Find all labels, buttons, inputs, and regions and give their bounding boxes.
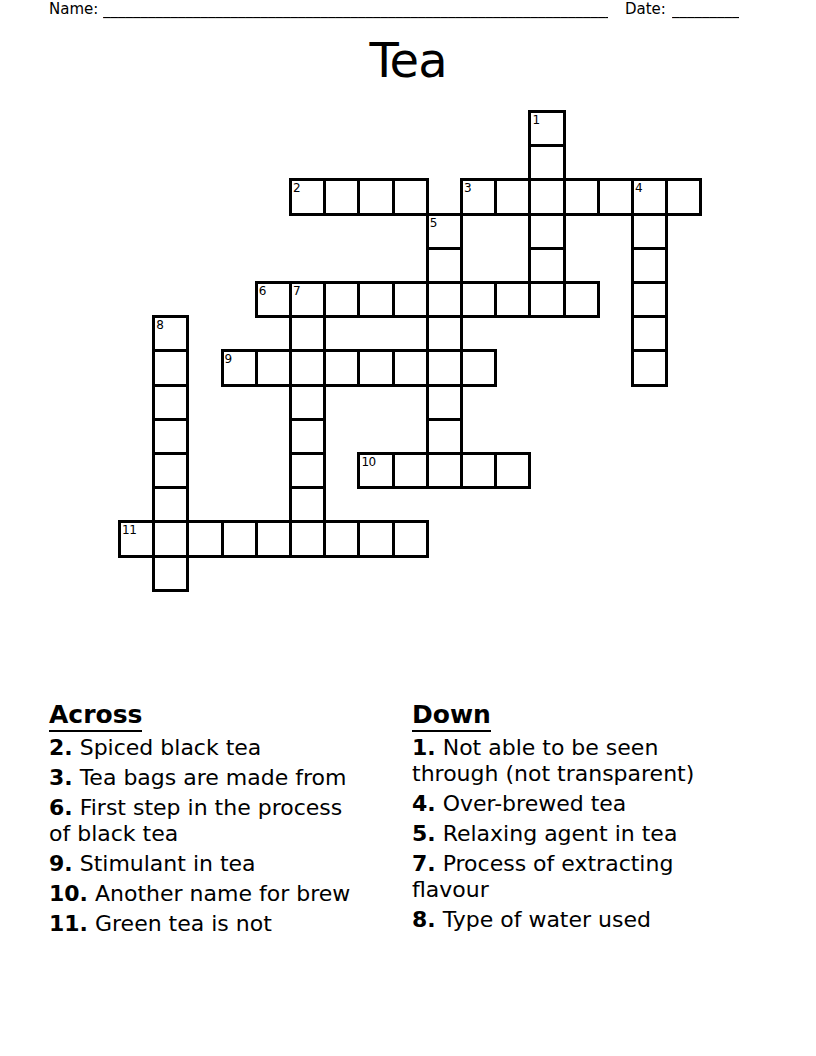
clue-text: Another name for brew — [95, 881, 350, 906]
clue-down-5: 5.Relaxing agent in tea — [412, 821, 742, 847]
across-clues-section: Across 2.Spiced black tea 3.Tea bags are… — [49, 700, 409, 941]
name-label: Name: — [49, 0, 98, 19]
grid-cell[interactable] — [357, 178, 394, 215]
clue-text: Not able to be seen through (not transpa… — [412, 735, 694, 786]
grid-cell[interactable] — [597, 178, 634, 215]
cell-number-label: 5 — [430, 217, 437, 229]
grid-cell[interactable] — [426, 281, 463, 318]
grid-cell[interactable]: 5 — [426, 213, 463, 250]
clue-number: 10. — [49, 881, 88, 906]
down-heading: Down — [412, 700, 491, 732]
cell-number-label: 10 — [361, 456, 375, 468]
clue-down-1: 1.Not able to be seen through (not trans… — [412, 735, 742, 787]
clue-number: 11. — [49, 911, 88, 936]
grid-cell[interactable] — [152, 520, 189, 557]
clue-number: 1. — [412, 735, 436, 760]
grid-cell[interactable] — [426, 247, 463, 284]
cell-number-label: 4 — [635, 182, 642, 194]
clue-text: Green tea is not — [95, 911, 272, 936]
cell-number-label: 6 — [259, 285, 266, 297]
grid-cell[interactable] — [152, 486, 189, 523]
grid-cell[interactable] — [323, 349, 360, 386]
grid-cell[interactable] — [152, 452, 189, 489]
grid-cell[interactable] — [255, 349, 292, 386]
grid-cell[interactable] — [289, 520, 326, 557]
clue-down-4: 4.Over-brewed tea — [412, 791, 742, 817]
clue-number: 6. — [49, 795, 73, 820]
grid-cell[interactable] — [289, 349, 326, 386]
cell-number-label: 3 — [464, 182, 471, 194]
grid-cell[interactable] — [460, 281, 497, 318]
grid-cell[interactable] — [152, 418, 189, 455]
grid-cell[interactable] — [289, 418, 326, 455]
grid-cell[interactable] — [152, 384, 189, 421]
grid-cell[interactable] — [494, 178, 531, 215]
grid-cell[interactable] — [289, 315, 326, 352]
crossword-grid: 1234567891011 — [118, 110, 703, 593]
grid-cell[interactable] — [631, 349, 668, 386]
clue-across-2: 2.Spiced black tea — [49, 735, 409, 761]
grid-cell[interactable] — [392, 281, 429, 318]
date-label: Date: — [625, 0, 666, 19]
grid-cell[interactable] — [289, 452, 326, 489]
clue-down-7: 7.Process of extracting flavour — [412, 851, 742, 903]
grid-cell[interactable] — [460, 349, 497, 386]
grid-cell[interactable] — [426, 418, 463, 455]
grid-cell[interactable] — [563, 281, 600, 318]
grid-cell[interactable]: 7 — [289, 281, 326, 318]
grid-cell[interactable] — [357, 281, 394, 318]
grid-cell[interactable]: 11 — [118, 520, 155, 557]
grid-cell[interactable] — [392, 178, 429, 215]
grid-cell[interactable] — [528, 281, 565, 318]
grid-cell[interactable] — [357, 520, 394, 557]
grid-cell[interactable] — [323, 520, 360, 557]
grid-cell[interactable] — [152, 349, 189, 386]
clue-across-3: 3.Tea bags are made from — [49, 765, 409, 791]
grid-cell[interactable]: 2 — [289, 178, 326, 215]
grid-cell[interactable] — [357, 349, 394, 386]
grid-cell[interactable]: 4 — [631, 178, 668, 215]
grid-cell[interactable]: 9 — [221, 349, 258, 386]
grid-cell[interactable] — [460, 452, 497, 489]
worksheet-page: Name: __________________________________… — [0, 0, 816, 1056]
clue-text: Stimulant in tea — [80, 851, 256, 876]
grid-cell[interactable]: 10 — [357, 452, 394, 489]
grid-cell[interactable] — [528, 247, 565, 284]
grid-cell[interactable] — [563, 178, 600, 215]
grid-cell[interactable] — [665, 178, 702, 215]
grid-cell[interactable] — [323, 281, 360, 318]
across-heading: Across — [49, 700, 142, 732]
grid-cell[interactable] — [528, 144, 565, 181]
grid-cell[interactable] — [426, 384, 463, 421]
grid-cell[interactable] — [152, 555, 189, 592]
grid-cell[interactable] — [631, 315, 668, 352]
grid-cell[interactable] — [221, 520, 258, 557]
down-clues-section: Down 1.Not able to be seen through (not … — [412, 700, 742, 937]
clue-text: Over-brewed tea — [443, 791, 627, 816]
clue-number: 3. — [49, 765, 73, 790]
grid-cell[interactable] — [426, 349, 463, 386]
clue-across-6: 6.First step in the process of black tea — [49, 795, 409, 847]
cell-number-label: 8 — [156, 319, 163, 331]
clue-across-9: 9.Stimulant in tea — [49, 851, 409, 877]
cell-number-label: 1 — [532, 114, 539, 126]
cell-number-label: 2 — [293, 182, 300, 194]
grid-cell[interactable]: 1 — [528, 110, 565, 147]
clue-text: Relaxing agent in tea — [443, 821, 678, 846]
clue-number: 9. — [49, 851, 73, 876]
grid-cell[interactable] — [392, 520, 429, 557]
cell-number-label: 11 — [122, 524, 136, 536]
name-blank-line[interactable]: ________________________________________… — [103, 0, 608, 19]
grid-cell[interactable]: 8 — [152, 315, 189, 352]
clue-number: 7. — [412, 851, 436, 876]
grid-cell[interactable] — [631, 213, 668, 250]
clue-number: 2. — [49, 735, 73, 760]
page-title: Tea — [0, 33, 816, 87]
clue-text: Process of extracting flavour — [412, 851, 673, 902]
grid-cell[interactable] — [426, 452, 463, 489]
cell-number-label: 9 — [225, 353, 232, 365]
grid-cell[interactable] — [289, 486, 326, 523]
grid-cell[interactable] — [494, 281, 531, 318]
clue-number: 8. — [412, 907, 436, 932]
grid-cell[interactable] — [289, 384, 326, 421]
grid-cell[interactable] — [426, 315, 463, 352]
grid-cell[interactable] — [631, 281, 668, 318]
clue-text: Type of water used — [443, 907, 651, 932]
grid-cell[interactable] — [528, 178, 565, 215]
grid-cell[interactable]: 6 — [255, 281, 292, 318]
grid-cell[interactable] — [323, 178, 360, 215]
grid-cell[interactable] — [631, 247, 668, 284]
clue-text: Spiced black tea — [80, 735, 262, 760]
cell-number-label: 7 — [293, 285, 300, 297]
grid-cell[interactable] — [528, 213, 565, 250]
clue-number: 5. — [412, 821, 436, 846]
grid-cell[interactable] — [186, 520, 223, 557]
grid-cell[interactable] — [392, 452, 429, 489]
clue-number: 4. — [412, 791, 436, 816]
grid-cell[interactable] — [494, 452, 531, 489]
clue-across-11: 11.Green tea is not — [49, 911, 409, 937]
grid-cell[interactable] — [392, 349, 429, 386]
clue-across-10: 10.Another name for brew — [49, 881, 409, 907]
clue-down-8: 8.Type of water used — [412, 907, 742, 933]
grid-cell[interactable]: 3 — [460, 178, 497, 215]
clue-text: Tea bags are made from — [80, 765, 347, 790]
date-blank-line[interactable]: ____________ — [672, 0, 739, 19]
grid-cell[interactable] — [255, 520, 292, 557]
clue-text: First step in the process of black tea — [49, 795, 342, 846]
